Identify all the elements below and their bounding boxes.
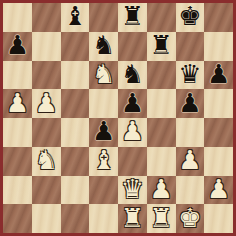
- square-h7[interactable]: [204, 32, 233, 61]
- square-g3[interactable]: ♟: [176, 147, 205, 176]
- square-f6[interactable]: [147, 61, 176, 90]
- piece-white-king-g1[interactable]: ♚: [178, 205, 201, 231]
- square-h4[interactable]: [204, 118, 233, 147]
- square-e6[interactable]: ♞: [118, 61, 147, 90]
- piece-black-knight-d7[interactable]: ♞: [92, 32, 115, 58]
- piece-white-pawn-b5[interactable]: ♟: [34, 90, 57, 116]
- piece-black-pawn-a7[interactable]: ♟: [6, 32, 29, 58]
- piece-black-rook-e8[interactable]: ♜: [121, 3, 144, 29]
- piece-black-knight-e6[interactable]: ♞: [121, 61, 144, 87]
- piece-black-king-g8[interactable]: ♚: [178, 3, 201, 29]
- square-c6[interactable]: [61, 61, 90, 90]
- piece-white-knight-d6[interactable]: ♞: [92, 61, 115, 87]
- square-a4[interactable]: [3, 118, 32, 147]
- square-f5[interactable]: [147, 89, 176, 118]
- square-g6[interactable]: ♛: [176, 61, 205, 90]
- square-d1[interactable]: [89, 204, 118, 233]
- square-b6[interactable]: [32, 61, 61, 90]
- piece-white-pawn-g3[interactable]: ♟: [178, 147, 201, 173]
- square-g4[interactable]: [176, 118, 205, 147]
- piece-white-bishop-d3[interactable]: ♝: [92, 147, 115, 173]
- square-g8[interactable]: ♚: [176, 3, 205, 32]
- square-a5[interactable]: ♟: [3, 89, 32, 118]
- square-e2[interactable]: ♛: [118, 176, 147, 205]
- square-e5[interactable]: ♟: [118, 89, 147, 118]
- piece-black-rook-f7[interactable]: ♜: [149, 32, 172, 58]
- square-b1[interactable]: [32, 204, 61, 233]
- square-c5[interactable]: [61, 89, 90, 118]
- piece-white-pawn-e4[interactable]: ♟: [121, 118, 144, 144]
- square-b2[interactable]: [32, 176, 61, 205]
- piece-black-pawn-g5[interactable]: ♟: [178, 90, 201, 116]
- square-d2[interactable]: [89, 176, 118, 205]
- square-c8[interactable]: ♝: [61, 3, 90, 32]
- square-f8[interactable]: [147, 3, 176, 32]
- square-b8[interactable]: [32, 3, 61, 32]
- square-e1[interactable]: ♜: [118, 204, 147, 233]
- square-g1[interactable]: ♚: [176, 204, 205, 233]
- square-f4[interactable]: [147, 118, 176, 147]
- piece-black-pawn-d4[interactable]: ♟: [92, 118, 115, 144]
- square-a6[interactable]: [3, 61, 32, 90]
- piece-black-pawn-h6[interactable]: ♟: [207, 61, 230, 87]
- square-d8[interactable]: [89, 3, 118, 32]
- square-e3[interactable]: [118, 147, 147, 176]
- square-b4[interactable]: [32, 118, 61, 147]
- square-h1[interactable]: [204, 204, 233, 233]
- square-f2[interactable]: ♟: [147, 176, 176, 205]
- piece-white-pawn-h2[interactable]: ♟: [207, 176, 230, 202]
- square-a8[interactable]: [3, 3, 32, 32]
- square-a7[interactable]: ♟: [3, 32, 32, 61]
- square-d7[interactable]: ♞: [89, 32, 118, 61]
- square-h5[interactable]: [204, 89, 233, 118]
- square-c1[interactable]: [61, 204, 90, 233]
- piece-white-queen-e2[interactable]: ♛: [121, 176, 144, 202]
- square-d6[interactable]: ♞: [89, 61, 118, 90]
- square-c4[interactable]: [61, 118, 90, 147]
- square-h6[interactable]: ♟: [204, 61, 233, 90]
- piece-black-queen-g6[interactable]: ♛: [178, 61, 201, 87]
- square-f1[interactable]: ♜: [147, 204, 176, 233]
- square-b7[interactable]: [32, 32, 61, 61]
- chess-board: ♝♜♚♟♞♜♞♞♛♟♟♟♟♟♟♟♞♝♟♛♟♟♜♜♚: [3, 3, 233, 233]
- square-c2[interactable]: [61, 176, 90, 205]
- square-d5[interactable]: [89, 89, 118, 118]
- square-f3[interactable]: [147, 147, 176, 176]
- square-g7[interactable]: [176, 32, 205, 61]
- piece-white-pawn-a5[interactable]: ♟: [6, 90, 29, 116]
- square-f7[interactable]: ♜: [147, 32, 176, 61]
- square-a1[interactable]: [3, 204, 32, 233]
- square-h2[interactable]: ♟: [204, 176, 233, 205]
- board-frame: ♝♜♚♟♞♜♞♞♛♟♟♟♟♟♟♟♞♝♟♛♟♟♜♜♚: [0, 0, 236, 236]
- square-a3[interactable]: [3, 147, 32, 176]
- square-d4[interactable]: ♟: [89, 118, 118, 147]
- piece-white-rook-e1[interactable]: ♜: [121, 205, 144, 231]
- square-e7[interactable]: [118, 32, 147, 61]
- square-e8[interactable]: ♜: [118, 3, 147, 32]
- square-e4[interactable]: ♟: [118, 118, 147, 147]
- piece-white-pawn-f2[interactable]: ♟: [149, 176, 172, 202]
- square-g2[interactable]: [176, 176, 205, 205]
- piece-black-bishop-c8[interactable]: ♝: [63, 3, 86, 29]
- square-h8[interactable]: [204, 3, 233, 32]
- piece-white-knight-b3[interactable]: ♞: [34, 147, 57, 173]
- square-g5[interactable]: ♟: [176, 89, 205, 118]
- piece-white-rook-f1[interactable]: ♜: [149, 205, 172, 231]
- piece-black-pawn-e5[interactable]: ♟: [121, 90, 144, 116]
- square-c3[interactable]: [61, 147, 90, 176]
- square-d3[interactable]: ♝: [89, 147, 118, 176]
- square-b3[interactable]: ♞: [32, 147, 61, 176]
- square-c7[interactable]: [61, 32, 90, 61]
- square-a2[interactable]: [3, 176, 32, 205]
- square-h3[interactable]: [204, 147, 233, 176]
- square-b5[interactable]: ♟: [32, 89, 61, 118]
